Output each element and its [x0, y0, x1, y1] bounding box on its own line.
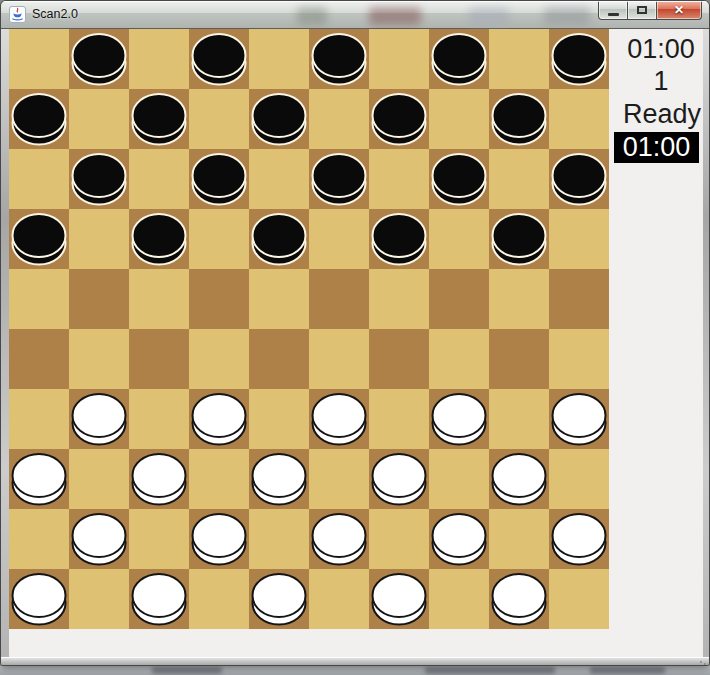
black-piece-graphic — [429, 29, 489, 89]
black-piece[interactable] — [429, 149, 489, 209]
square-r8c3[interactable] — [129, 449, 189, 509]
square-r7c9[interactable] — [489, 389, 549, 449]
square-r4c8[interactable] — [429, 209, 489, 269]
square-r4c6[interactable] — [309, 209, 369, 269]
white-piece[interactable] — [429, 389, 489, 449]
square-r3c6[interactable] — [309, 149, 369, 209]
square-r5c6[interactable] — [309, 269, 369, 329]
taskbar-sliver — [0, 666, 710, 675]
white-piece-graphic — [129, 569, 189, 629]
square-r3c7[interactable] — [369, 149, 429, 209]
square-r2c7[interactable] — [369, 89, 429, 149]
black-piece-graphic — [249, 89, 309, 149]
black-piece[interactable] — [9, 209, 69, 269]
black-piece-graphic — [489, 209, 549, 269]
minimize-button[interactable] — [598, 1, 628, 20]
square-r10c1[interactable] — [9, 569, 69, 629]
square-r3c3[interactable] — [129, 149, 189, 209]
white-piece-graphic — [69, 389, 129, 449]
square-r5c7[interactable] — [369, 269, 429, 329]
black-piece-graphic — [9, 89, 69, 149]
white-piece-graphic — [9, 569, 69, 629]
caption-buttons: ✕ — [598, 1, 702, 20]
square-r2c5[interactable] — [249, 89, 309, 149]
white-piece-graphic — [69, 509, 129, 569]
square-r7c10[interactable] — [549, 389, 609, 449]
black-piece-graphic — [129, 89, 189, 149]
square-r5c8[interactable] — [429, 269, 489, 329]
square-r7c4[interactable] — [189, 389, 249, 449]
square-r3c2[interactable] — [69, 149, 129, 209]
square-r3c8[interactable] — [429, 149, 489, 209]
square-r4c9[interactable] — [489, 209, 549, 269]
square-r8c9[interactable] — [489, 449, 549, 509]
square-r6c1[interactable] — [9, 329, 69, 389]
white-piece[interactable] — [309, 389, 369, 449]
black-piece[interactable] — [249, 209, 309, 269]
square-r7c8[interactable] — [429, 389, 489, 449]
square-r7c6[interactable] — [309, 389, 369, 449]
black-piece[interactable] — [129, 209, 189, 269]
close-icon: ✕ — [674, 4, 684, 16]
square-r1c9[interactable] — [489, 29, 549, 89]
white-piece-graphic — [309, 389, 369, 449]
black-piece[interactable] — [369, 89, 429, 149]
square-r10c10[interactable] — [549, 569, 609, 629]
title-bar[interactable]: Scan2.0 ✕ — [1, 1, 709, 29]
square-r4c1[interactable] — [9, 209, 69, 269]
black-piece-graphic — [309, 29, 369, 89]
square-r8c5[interactable] — [249, 449, 309, 509]
square-r7c5[interactable] — [249, 389, 309, 449]
white-piece[interactable] — [9, 569, 69, 629]
black-piece-graphic — [189, 29, 249, 89]
square-r8c6[interactable] — [309, 449, 369, 509]
white-piece-graphic — [489, 569, 549, 629]
square-r5c10[interactable] — [549, 269, 609, 329]
white-piece[interactable] — [489, 569, 549, 629]
maximize-icon — [637, 6, 647, 14]
white-piece[interactable] — [129, 569, 189, 629]
white-piece-graphic — [129, 449, 189, 509]
black-piece[interactable] — [489, 209, 549, 269]
status-text: Ready — [623, 99, 699, 130]
minimize-icon — [608, 13, 619, 16]
square-r8c1[interactable] — [9, 449, 69, 509]
white-piece-graphic — [249, 569, 309, 629]
black-piece[interactable] — [549, 29, 609, 89]
square-r4c2[interactable] — [69, 209, 129, 269]
black-piece-graphic — [549, 149, 609, 209]
square-r9c2[interactable] — [69, 509, 129, 569]
square-r9c1[interactable] — [9, 509, 69, 569]
square-r1c6[interactable] — [309, 29, 369, 89]
square-r10c5[interactable] — [249, 569, 309, 629]
info-panel: 01:00 1 Ready 01:00 — [609, 29, 703, 657]
black-piece[interactable] — [489, 89, 549, 149]
black-piece[interactable] — [309, 29, 369, 89]
square-r6c6[interactable] — [309, 329, 369, 389]
square-r10c7[interactable] — [369, 569, 429, 629]
square-r10c2[interactable] — [69, 569, 129, 629]
white-piece[interactable] — [549, 389, 609, 449]
square-r1c7[interactable] — [369, 29, 429, 89]
desktop-bleed — [544, 7, 590, 25]
square-r1c3[interactable] — [129, 29, 189, 89]
black-piece[interactable] — [369, 209, 429, 269]
square-r8c2[interactable] — [69, 449, 129, 509]
square-r2c1[interactable] — [9, 89, 69, 149]
square-r6c3[interactable] — [129, 329, 189, 389]
client-area: 01:00 1 Ready 01:00 — [9, 29, 703, 657]
square-r4c3[interactable] — [129, 209, 189, 269]
black-piece[interactable] — [69, 149, 129, 209]
black-piece-graphic — [9, 209, 69, 269]
square-r1c5[interactable] — [249, 29, 309, 89]
draughts-board — [9, 29, 609, 629]
white-piece[interactable] — [69, 389, 129, 449]
app-window: Scan2.0 ✕ 01:00 1 Ready 01:00 — [0, 0, 710, 666]
square-r9c7[interactable] — [369, 509, 429, 569]
black-piece-graphic — [369, 209, 429, 269]
black-piece-graphic — [429, 149, 489, 209]
black-piece[interactable] — [129, 89, 189, 149]
square-r2c3[interactable] — [129, 89, 189, 149]
square-r5c9[interactable] — [489, 269, 549, 329]
white-piece-graphic — [549, 389, 609, 449]
white-piece[interactable] — [369, 569, 429, 629]
square-r4c5[interactable] — [249, 209, 309, 269]
white-piece-graphic — [249, 449, 309, 509]
square-r5c1[interactable] — [9, 269, 69, 329]
white-piece[interactable] — [249, 569, 309, 629]
move-number: 1 — [623, 66, 699, 97]
square-r6c10[interactable] — [549, 329, 609, 389]
black-piece-graphic — [249, 209, 309, 269]
square-r8c4[interactable] — [189, 449, 249, 509]
desktop-bleed — [297, 7, 327, 25]
square-r2c8[interactable] — [429, 89, 489, 149]
white-piece-graphic — [369, 449, 429, 509]
window-frame-right — [703, 29, 710, 657]
black-piece-graphic — [549, 29, 609, 89]
black-piece-graphic — [369, 89, 429, 149]
square-r7c3[interactable] — [129, 389, 189, 449]
white-piece-graphic — [189, 509, 249, 569]
white-piece[interactable] — [429, 509, 489, 569]
close-button[interactable]: ✕ — [656, 1, 702, 20]
square-r10c4[interactable] — [189, 569, 249, 629]
square-r9c4[interactable] — [189, 509, 249, 569]
square-r3c4[interactable] — [189, 149, 249, 209]
black-piece[interactable] — [549, 149, 609, 209]
square-r5c4[interactable] — [189, 269, 249, 329]
white-piece[interactable] — [309, 509, 369, 569]
black-piece[interactable] — [309, 149, 369, 209]
black-piece[interactable] — [189, 149, 249, 209]
square-r1c1[interactable] — [9, 29, 69, 89]
desktop-bleed — [369, 7, 421, 25]
black-piece[interactable] — [189, 29, 249, 89]
square-r6c7[interactable] — [369, 329, 429, 389]
square-r3c10[interactable] — [549, 149, 609, 209]
square-r9c5[interactable] — [249, 509, 309, 569]
square-r5c3[interactable] — [129, 269, 189, 329]
window-title: Scan2.0 — [32, 7, 78, 21]
square-r6c9[interactable] — [489, 329, 549, 389]
black-piece-graphic — [129, 209, 189, 269]
square-r2c10[interactable] — [549, 89, 609, 149]
square-r3c1[interactable] — [9, 149, 69, 209]
white-piece-graphic — [369, 569, 429, 629]
white-piece-graphic — [189, 389, 249, 449]
white-piece-graphic — [429, 509, 489, 569]
black-piece-graphic — [189, 149, 249, 209]
square-r1c2[interactable] — [69, 29, 129, 89]
square-r5c2[interactable] — [69, 269, 129, 329]
square-r7c7[interactable] — [369, 389, 429, 449]
square-r9c6[interactable] — [309, 509, 369, 569]
black-piece-graphic — [489, 89, 549, 149]
window-frame-bottom — [1, 657, 710, 666]
maximize-button[interactable] — [628, 1, 656, 20]
black-piece[interactable] — [9, 89, 69, 149]
square-r1c8[interactable] — [429, 29, 489, 89]
black-piece-graphic — [69, 149, 129, 209]
square-r3c5[interactable] — [249, 149, 309, 209]
square-r1c4[interactable] — [189, 29, 249, 89]
square-r6c5[interactable] — [249, 329, 309, 389]
black-piece[interactable] — [69, 29, 129, 89]
white-piece-graphic — [309, 509, 369, 569]
square-r4c7[interactable] — [369, 209, 429, 269]
square-r10c9[interactable] — [489, 569, 549, 629]
black-piece-graphic — [69, 29, 129, 89]
white-piece-graphic — [549, 509, 609, 569]
white-piece[interactable] — [189, 509, 249, 569]
black-piece[interactable] — [429, 29, 489, 89]
square-r10c8[interactable] — [429, 569, 489, 629]
taskbar-text-blur — [152, 667, 222, 674]
black-piece-graphic — [309, 149, 369, 209]
square-r10c3[interactable] — [129, 569, 189, 629]
square-r10c6[interactable] — [309, 569, 369, 629]
square-r8c10[interactable] — [549, 449, 609, 509]
resize-grip[interactable] — [699, 660, 707, 666]
white-piece-graphic — [9, 449, 69, 509]
square-r9c9[interactable] — [489, 509, 549, 569]
white-piece[interactable] — [9, 449, 69, 509]
taskbar-clock-blur — [425, 667, 555, 674]
white-piece[interactable] — [549, 509, 609, 569]
square-r9c10[interactable] — [549, 509, 609, 569]
square-r8c7[interactable] — [369, 449, 429, 509]
java-coffee-cup-icon[interactable] — [9, 6, 26, 23]
square-r2c2[interactable] — [69, 89, 129, 149]
square-r6c4[interactable] — [189, 329, 249, 389]
square-r5c5[interactable] — [249, 269, 309, 329]
black-clock: 01:00 — [623, 34, 699, 65]
square-r4c10[interactable] — [549, 209, 609, 269]
square-r7c1[interactable] — [9, 389, 69, 449]
square-r6c8[interactable] — [429, 329, 489, 389]
taskbar-text-blur — [590, 667, 665, 674]
window-frame-left — [1, 29, 9, 657]
square-r2c4[interactable] — [189, 89, 249, 149]
white-clock-active: 01:00 — [614, 132, 699, 163]
square-r2c6[interactable] — [309, 89, 369, 149]
square-r8c8[interactable] — [429, 449, 489, 509]
white-piece-graphic — [489, 449, 549, 509]
black-piece[interactable] — [249, 89, 309, 149]
white-piece-graphic — [429, 389, 489, 449]
white-piece[interactable] — [249, 449, 309, 509]
desktop-bleed — [469, 7, 509, 25]
square-r9c8[interactable] — [429, 509, 489, 569]
white-piece[interactable] — [69, 509, 129, 569]
square-r6c2[interactable] — [69, 329, 129, 389]
white-piece[interactable] — [369, 449, 429, 509]
white-piece[interactable] — [129, 449, 189, 509]
square-r4c4[interactable] — [189, 209, 249, 269]
white-piece[interactable] — [489, 449, 549, 509]
square-r9c3[interactable] — [129, 509, 189, 569]
square-r2c9[interactable] — [489, 89, 549, 149]
square-r1c10[interactable] — [549, 29, 609, 89]
square-r7c2[interactable] — [69, 389, 129, 449]
white-piece[interactable] — [189, 389, 249, 449]
square-r3c9[interactable] — [489, 149, 549, 209]
